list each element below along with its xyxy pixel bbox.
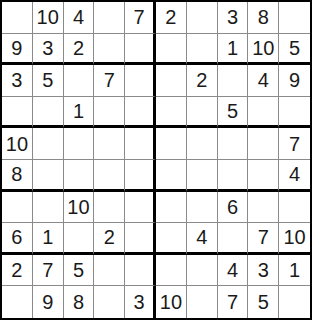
- cell-r1c3: 4: [64, 2, 95, 34]
- cell-r2c9: 10: [248, 34, 279, 66]
- cell-r8c10: 10: [279, 223, 310, 255]
- cell-r3c1: 3: [2, 65, 33, 97]
- cell-r3c6[interactable]: [156, 65, 187, 97]
- cell-r3c7: 2: [187, 65, 218, 97]
- cell-r1c1[interactable]: [2, 2, 33, 34]
- cell-r1c4[interactable]: [94, 2, 125, 34]
- cell-r10c10[interactable]: [279, 286, 310, 318]
- cell-r7c10[interactable]: [279, 192, 310, 224]
- cell-r8c7: 4: [187, 223, 218, 255]
- cell-r7c7[interactable]: [187, 192, 218, 224]
- cell-r8c9: 7: [248, 223, 279, 255]
- cell-r4c5[interactable]: [125, 97, 156, 129]
- cell-r10c7[interactable]: [187, 286, 218, 318]
- cell-r3c4: 7: [94, 65, 125, 97]
- cell-r2c8: 1: [218, 34, 249, 66]
- cell-r3c5[interactable]: [125, 65, 156, 97]
- cell-r1c7[interactable]: [187, 2, 218, 34]
- cell-r6c2[interactable]: [33, 160, 64, 192]
- cell-r7c9[interactable]: [248, 192, 279, 224]
- cell-r6c5[interactable]: [125, 160, 156, 192]
- cell-r5c7[interactable]: [187, 128, 218, 160]
- cell-r5c9[interactable]: [248, 128, 279, 160]
- cell-r5c6[interactable]: [156, 128, 187, 160]
- cell-r10c6: 10: [156, 286, 187, 318]
- cell-r7c2[interactable]: [33, 192, 64, 224]
- cell-r1c9: 8: [248, 2, 279, 34]
- cell-r4c10[interactable]: [279, 97, 310, 129]
- cell-r8c3[interactable]: [64, 223, 95, 255]
- cell-r9c1: 2: [2, 255, 33, 287]
- cell-r5c8[interactable]: [218, 128, 249, 160]
- cell-r2c1: 9: [2, 34, 33, 66]
- cell-r2c4[interactable]: [94, 34, 125, 66]
- cell-r7c5[interactable]: [125, 192, 156, 224]
- cell-r6c9[interactable]: [248, 160, 279, 192]
- cell-r2c5[interactable]: [125, 34, 156, 66]
- cell-r6c1: 8: [2, 160, 33, 192]
- cell-r10c3: 8: [64, 286, 95, 318]
- cell-r6c8[interactable]: [218, 160, 249, 192]
- cell-r6c3[interactable]: [64, 160, 95, 192]
- cell-r1c10[interactable]: [279, 2, 310, 34]
- cell-r7c8: 6: [218, 192, 249, 224]
- cell-r2c3: 2: [64, 34, 95, 66]
- cell-r8c4: 2: [94, 223, 125, 255]
- cell-r4c4[interactable]: [94, 97, 125, 129]
- cell-r10c1[interactable]: [2, 286, 33, 318]
- cell-r5c3[interactable]: [64, 128, 95, 160]
- cell-r4c2[interactable]: [33, 97, 64, 129]
- cell-r10c8: 7: [218, 286, 249, 318]
- cell-r9c5[interactable]: [125, 255, 156, 287]
- cell-r3c9: 4: [248, 65, 279, 97]
- cell-r7c1[interactable]: [2, 192, 33, 224]
- cell-r3c8[interactable]: [218, 65, 249, 97]
- cell-r4c3: 1: [64, 97, 95, 129]
- cell-r6c10: 4: [279, 160, 310, 192]
- cell-r5c2[interactable]: [33, 128, 64, 160]
- sudoku-board: 1047238932110535724915107841066124710275…: [0, 0, 312, 320]
- cell-r7c3: 10: [64, 192, 95, 224]
- cell-r10c5: 3: [125, 286, 156, 318]
- cell-r10c9: 5: [248, 286, 279, 318]
- cell-r4c9[interactable]: [248, 97, 279, 129]
- cell-r10c2: 9: [33, 286, 64, 318]
- cell-r4c8: 5: [218, 97, 249, 129]
- cell-r5c5[interactable]: [125, 128, 156, 160]
- cell-r3c10: 9: [279, 65, 310, 97]
- cell-r6c7[interactable]: [187, 160, 218, 192]
- cell-r4c1[interactable]: [2, 97, 33, 129]
- cell-r2c2: 3: [33, 34, 64, 66]
- cell-r7c4[interactable]: [94, 192, 125, 224]
- cell-r2c6[interactable]: [156, 34, 187, 66]
- cell-r9c8: 4: [218, 255, 249, 287]
- cell-r8c2: 1: [33, 223, 64, 255]
- cell-r1c6: 2: [156, 2, 187, 34]
- cell-r9c3: 5: [64, 255, 95, 287]
- cell-r9c4[interactable]: [94, 255, 125, 287]
- cell-r1c2: 10: [33, 2, 64, 34]
- cell-r9c7[interactable]: [187, 255, 218, 287]
- cell-r8c6[interactable]: [156, 223, 187, 255]
- cell-r7c6[interactable]: [156, 192, 187, 224]
- cell-r4c7[interactable]: [187, 97, 218, 129]
- cell-r3c3[interactable]: [64, 65, 95, 97]
- cell-r6c6[interactable]: [156, 160, 187, 192]
- cell-r5c10: 7: [279, 128, 310, 160]
- cell-r5c4[interactable]: [94, 128, 125, 160]
- cell-r3c2: 5: [33, 65, 64, 97]
- cell-r8c1: 6: [2, 223, 33, 255]
- cell-r2c10: 5: [279, 34, 310, 66]
- cell-r8c8[interactable]: [218, 223, 249, 255]
- cell-r5c1: 10: [2, 128, 33, 160]
- cell-r6c4[interactable]: [94, 160, 125, 192]
- cell-r2c7[interactable]: [187, 34, 218, 66]
- cell-r4c6[interactable]: [156, 97, 187, 129]
- cell-r9c2: 7: [33, 255, 64, 287]
- cell-r1c5: 7: [125, 2, 156, 34]
- cell-r9c10: 1: [279, 255, 310, 287]
- cell-r10c4[interactable]: [94, 286, 125, 318]
- cell-r9c9: 3: [248, 255, 279, 287]
- cell-r9c6[interactable]: [156, 255, 187, 287]
- cell-r1c8: 3: [218, 2, 249, 34]
- cell-r8c5[interactable]: [125, 223, 156, 255]
